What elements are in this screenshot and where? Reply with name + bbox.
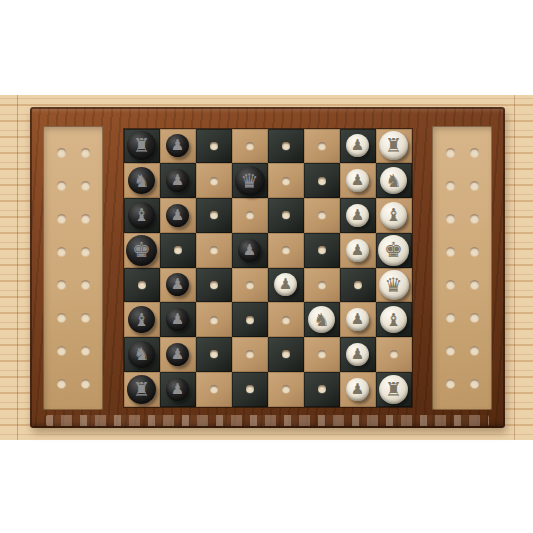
square-b3: [304, 337, 340, 372]
square-d4: ♟: [268, 268, 304, 303]
square-e4: [268, 233, 304, 268]
chess-board: ♜♟♟♜♞♟♛♟♞♝♟♟♝♚♟♟♚♟♟♛♝♟♞♟♝♞♟♟♜♟♟♜: [124, 129, 412, 407]
peg-hole: [210, 385, 218, 393]
tray-peg-hole: [446, 148, 455, 157]
peg-hole: [210, 246, 218, 254]
chess-set-photo: ♜♟♟♜♞♟♛♟♞♝♟♟♝♚♟♟♚♟♟♛♝♟♞♟♝♞♟♟♜♟♟♜: [0, 95, 533, 440]
square-c2: ♟: [340, 302, 376, 337]
square-a5: [232, 372, 268, 407]
square-e3: [304, 233, 340, 268]
piece-black-king: ♚: [126, 235, 157, 266]
peg-hole: [318, 177, 326, 185]
peg-hole: [246, 385, 254, 393]
square-e1: ♚: [376, 233, 412, 268]
peg-hole: [246, 350, 254, 358]
tray-peg-hole: [446, 247, 455, 256]
tray-peg-hole: [470, 346, 479, 355]
peg-hole: [210, 142, 218, 150]
tray-peg-hole: [470, 148, 479, 157]
peg-hole: [318, 246, 326, 254]
piece-black-pawn: ♟: [166, 134, 189, 157]
square-h8: ♜: [124, 129, 160, 164]
square-e5: ♟: [232, 233, 268, 268]
piece-white-rook: ♜: [379, 375, 408, 404]
peg-hole: [282, 316, 290, 324]
tray-peg-hole: [446, 214, 455, 223]
peg-hole: [282, 142, 290, 150]
peg-hole: [246, 211, 254, 219]
piece-black-knight: ♞: [128, 341, 155, 368]
piece-white-queen: ♛: [379, 270, 409, 300]
square-h5: [232, 129, 268, 164]
tray-peg-hole: [81, 181, 90, 190]
square-b7: ♟: [160, 337, 196, 372]
tray-peg-hole: [57, 313, 66, 322]
frame-well: ♜♟♟♜♞♟♛♟♞♝♟♟♝♚♟♟♚♟♟♛♝♟♞♟♝♞♟♟♜♟♟♜: [43, 120, 492, 415]
square-b8: ♞: [124, 337, 160, 372]
square-c8: ♝: [124, 302, 160, 337]
square-e8: ♚: [124, 233, 160, 268]
square-g6: [196, 163, 232, 198]
square-b5: [232, 337, 268, 372]
piece-black-bishop: ♝: [128, 202, 155, 229]
square-b2: ♟: [340, 337, 376, 372]
square-b4: [268, 337, 304, 372]
square-f6: [196, 198, 232, 233]
piece-black-pawn: ♟: [166, 343, 189, 366]
wooden-frame: ♜♟♟♜♞♟♛♟♞♝♟♟♝♚♟♟♚♟♟♛♝♟♞♟♝♞♟♟♜♟♟♜: [30, 107, 505, 428]
captured-pieces-tray-left: [43, 126, 103, 410]
square-g7: ♟: [160, 163, 196, 198]
tray-peg-hole: [446, 379, 455, 388]
square-a8: ♜: [124, 372, 160, 407]
square-a4: [268, 372, 304, 407]
tray-peg-hole: [57, 181, 66, 190]
piece-black-bishop: ♝: [128, 306, 155, 333]
peg-hole: [210, 316, 218, 324]
square-h7: ♟: [160, 129, 196, 164]
tray-peg-hole: [446, 280, 455, 289]
square-g3: [304, 163, 340, 198]
piece-white-knight: ♞: [308, 306, 335, 333]
tray-peg-hole: [81, 148, 90, 157]
tray-peg-hole: [57, 280, 66, 289]
peg-hole: [246, 142, 254, 150]
peg-hole: [210, 350, 218, 358]
square-c3: ♞: [304, 302, 340, 337]
square-d6: [196, 268, 232, 303]
square-a6: [196, 372, 232, 407]
square-e2: ♟: [340, 233, 376, 268]
tray-peg-hole: [81, 379, 90, 388]
peg-hole: [246, 281, 254, 289]
captured-pieces-tray-right: [432, 126, 492, 410]
peg-hole: [318, 350, 326, 358]
peg-hole: [210, 281, 218, 289]
peg-hole: [210, 177, 218, 185]
square-g1: ♞: [376, 163, 412, 198]
tray-peg-hole: [57, 379, 66, 388]
peg-hole: [246, 316, 254, 324]
square-d5: [232, 268, 268, 303]
square-d3: [304, 268, 340, 303]
square-c7: ♟: [160, 302, 196, 337]
peg-hole: [282, 177, 290, 185]
peg-hole: [318, 211, 326, 219]
piece-black-pawn: ♟: [166, 204, 189, 227]
square-d8: [124, 268, 160, 303]
tray-peg-hole: [81, 313, 90, 322]
tray-peg-hole: [81, 280, 90, 289]
piece-white-king: ♚: [378, 235, 409, 266]
square-f3: [304, 198, 340, 233]
square-g5: ♛: [232, 163, 268, 198]
piece-black-knight: ♞: [128, 167, 155, 194]
piece-black-rook: ♜: [127, 375, 156, 404]
square-f5: [232, 198, 268, 233]
square-h2: ♟: [340, 129, 376, 164]
square-h6: [196, 129, 232, 164]
square-f7: ♟: [160, 198, 196, 233]
piece-white-pawn: ♟: [346, 204, 369, 227]
square-f2: ♟: [340, 198, 376, 233]
square-a2: ♟: [340, 372, 376, 407]
piece-white-pawn: ♟: [346, 134, 369, 157]
tray-peg-hole: [470, 214, 479, 223]
square-c4: [268, 302, 304, 337]
piece-white-knight: ♞: [380, 167, 407, 194]
piece-white-pawn: ♟: [346, 169, 369, 192]
piece-white-bishop: ♝: [380, 306, 407, 333]
piece-black-pawn: ♟: [238, 239, 261, 262]
tray-peg-hole: [57, 346, 66, 355]
piece-black-pawn: ♟: [166, 273, 189, 296]
peg-hole: [282, 350, 290, 358]
peg-hole: [210, 211, 218, 219]
peg-hole: [174, 246, 182, 254]
square-d1: ♛: [376, 268, 412, 303]
tray-peg-hole: [57, 247, 66, 256]
tray-peg-hole: [57, 148, 66, 157]
square-d7: ♟: [160, 268, 196, 303]
peg-hole: [282, 211, 290, 219]
square-a7: ♟: [160, 372, 196, 407]
peg-hole: [282, 246, 290, 254]
piece-white-pawn: ♟: [346, 343, 369, 366]
tray-peg-hole: [446, 313, 455, 322]
square-c6: [196, 302, 232, 337]
piece-white-pawn: ♟: [346, 378, 369, 401]
square-b1: [376, 337, 412, 372]
square-e7: [160, 233, 196, 268]
square-h1: ♜: [376, 129, 412, 164]
tray-peg-hole: [470, 280, 479, 289]
piece-black-queen: ♛: [235, 166, 265, 196]
tray-peg-hole: [470, 247, 479, 256]
square-f1: ♝: [376, 198, 412, 233]
piece-white-rook: ♜: [379, 131, 408, 160]
tray-peg-hole: [81, 346, 90, 355]
tray-peg-hole: [470, 181, 479, 190]
peg-hole: [318, 142, 326, 150]
tray-peg-hole: [470, 379, 479, 388]
tray-peg-hole: [81, 247, 90, 256]
piece-black-pawn: ♟: [166, 378, 189, 401]
tray-peg-hole: [446, 181, 455, 190]
square-c5: [232, 302, 268, 337]
tray-peg-hole: [81, 214, 90, 223]
square-e6: [196, 233, 232, 268]
square-d2: [340, 268, 376, 303]
peg-hole: [138, 281, 146, 289]
square-h3: [304, 129, 340, 164]
peg-hole: [318, 281, 326, 289]
square-b6: [196, 337, 232, 372]
peg-hole: [390, 350, 398, 358]
piece-black-pawn: ♟: [166, 308, 189, 331]
piece-white-pawn: ♟: [274, 273, 297, 296]
square-a1: ♜: [376, 372, 412, 407]
peg-hole: [318, 385, 326, 393]
square-a3: [304, 372, 340, 407]
peg-hole: [354, 281, 362, 289]
tray-peg-hole: [470, 313, 479, 322]
square-f4: [268, 198, 304, 233]
square-g2: ♟: [340, 163, 376, 198]
piece-white-bishop: ♝: [380, 202, 407, 229]
square-g4: [268, 163, 304, 198]
square-c1: ♝: [376, 302, 412, 337]
piece-white-pawn: ♟: [346, 239, 369, 262]
tray-peg-hole: [446, 346, 455, 355]
square-g8: ♞: [124, 163, 160, 198]
piece-black-pawn: ♟: [166, 169, 189, 192]
square-f8: ♝: [124, 198, 160, 233]
tray-peg-hole: [57, 214, 66, 223]
peg-hole: [282, 385, 290, 393]
square-h4: [268, 129, 304, 164]
piece-white-pawn: ♟: [346, 308, 369, 331]
piece-black-rook: ♜: [127, 131, 156, 160]
